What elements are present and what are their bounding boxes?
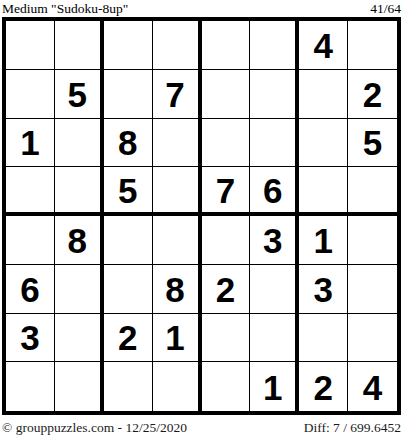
cell-r8c3[interactable]	[104, 362, 153, 411]
cell-r4c6: 6	[250, 167, 299, 216]
cell-r1c5[interactable]	[202, 21, 251, 70]
cell-r6c7: 3	[299, 265, 348, 314]
cell-r6c6[interactable]	[250, 265, 299, 314]
cell-r5c5[interactable]	[202, 216, 251, 265]
cell-r5c2: 8	[55, 216, 104, 265]
cell-r1c1[interactable]	[6, 21, 55, 70]
cell-r7c4: 1	[153, 314, 202, 363]
cell-r8c1[interactable]	[6, 362, 55, 411]
cell-r3c5[interactable]	[202, 119, 251, 168]
cell-r4c3: 5	[104, 167, 153, 216]
cell-r1c6[interactable]	[250, 21, 299, 70]
difficulty-text: Diff: 7 / 699.6452	[304, 419, 401, 436]
copyright-text: © grouppuzzles.com - 12/25/2020	[2, 419, 187, 436]
cell-r2c3[interactable]	[104, 70, 153, 119]
cell-r4c5: 7	[202, 167, 251, 216]
cell-r4c8[interactable]	[348, 167, 397, 216]
cell-r4c4[interactable]	[153, 167, 202, 216]
cell-r5c1[interactable]	[6, 216, 55, 265]
cell-r6c3[interactable]	[104, 265, 153, 314]
cell-r2c4: 7	[153, 70, 202, 119]
cell-r2c8: 2	[348, 70, 397, 119]
puzzle-title: Medium "Sudoku-8up"	[2, 1, 128, 16]
cell-r8c7: 2	[299, 362, 348, 411]
cell-r4c7[interactable]	[299, 167, 348, 216]
cell-r3c7[interactable]	[299, 119, 348, 168]
cell-r7c8[interactable]	[348, 314, 397, 363]
cell-r7c2[interactable]	[55, 314, 104, 363]
cell-r3c2[interactable]	[55, 119, 104, 168]
cell-r6c2[interactable]	[55, 265, 104, 314]
cell-r5c6: 3	[250, 216, 299, 265]
cell-r6c1: 6	[6, 265, 55, 314]
cell-r1c8[interactable]	[348, 21, 397, 70]
cell-r7c7[interactable]	[299, 314, 348, 363]
cell-r3c3: 8	[104, 119, 153, 168]
cell-r8c4[interactable]	[153, 362, 202, 411]
cell-r7c5[interactable]	[202, 314, 251, 363]
cell-r1c2[interactable]	[55, 21, 104, 70]
cell-r8c8: 4	[348, 362, 397, 411]
cell-r6c5: 2	[202, 265, 251, 314]
cell-r6c8[interactable]	[348, 265, 397, 314]
cell-r2c2: 5	[55, 70, 104, 119]
cell-r5c8[interactable]	[348, 216, 397, 265]
cell-r8c5[interactable]	[202, 362, 251, 411]
cell-r6c4: 8	[153, 265, 202, 314]
cell-r2c7[interactable]	[299, 70, 348, 119]
cell-r5c4[interactable]	[153, 216, 202, 265]
cell-r8c2[interactable]	[55, 362, 104, 411]
footer: © grouppuzzles.com - 12/25/2020 Diff: 7 …	[2, 419, 401, 436]
cell-r5c3[interactable]	[104, 216, 153, 265]
cell-r7c6[interactable]	[250, 314, 299, 363]
cell-r4c2[interactable]	[55, 167, 104, 216]
cell-r1c7: 4	[299, 21, 348, 70]
puzzle-page: Medium "Sudoku-8up" 41/64 45721855768316…	[0, 0, 403, 437]
cell-r2c6[interactable]	[250, 70, 299, 119]
cell-r8c6: 1	[250, 362, 299, 411]
cell-r3c4[interactable]	[153, 119, 202, 168]
cell-r2c5[interactable]	[202, 70, 251, 119]
puzzle-counter: 41/64	[370, 1, 401, 16]
cell-r2c1[interactable]	[6, 70, 55, 119]
cell-r1c4[interactable]	[153, 21, 202, 70]
cell-r3c6[interactable]	[250, 119, 299, 168]
cell-r3c1: 1	[6, 119, 55, 168]
cell-r3c8: 5	[348, 119, 397, 168]
cell-r7c3: 2	[104, 314, 153, 363]
header: Medium "Sudoku-8up" 41/64	[2, 0, 401, 16]
cell-r7c1: 3	[6, 314, 55, 363]
cell-r5c7: 1	[299, 216, 348, 265]
cell-r4c1[interactable]	[6, 167, 55, 216]
sudoku-grid: 45721855768316823321124	[2, 17, 401, 415]
cell-r1c3[interactable]	[104, 21, 153, 70]
